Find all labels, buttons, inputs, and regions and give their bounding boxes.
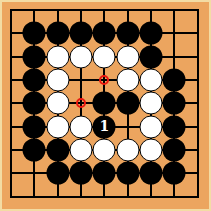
black-stone[interactable] (46, 162, 69, 185)
white-stone[interactable] (140, 115, 163, 138)
black-stone[interactable] (23, 92, 46, 115)
black-stone[interactable] (93, 22, 116, 45)
black-stone[interactable] (70, 22, 93, 45)
black-stone[interactable] (140, 162, 163, 185)
black-stone[interactable] (163, 162, 186, 185)
go-board[interactable]: 1 (0, 0, 211, 211)
white-stone[interactable] (46, 45, 69, 68)
black-stone[interactable] (140, 45, 163, 68)
black-stone[interactable] (116, 162, 139, 185)
black-stone[interactable] (23, 69, 46, 92)
red-circle-marker (99, 75, 109, 85)
black-stone[interactable] (93, 115, 116, 138)
white-stone[interactable] (46, 69, 69, 92)
black-stone[interactable] (23, 115, 46, 138)
black-stone[interactable] (46, 139, 69, 162)
black-stone[interactable] (116, 22, 139, 45)
black-stone[interactable] (46, 22, 69, 45)
white-stone[interactable] (70, 115, 93, 138)
black-stone[interactable] (116, 92, 139, 115)
grid-line-horizontal (10, 196, 199, 198)
white-stone[interactable] (93, 139, 116, 162)
white-stone[interactable] (140, 69, 163, 92)
white-stone[interactable] (70, 45, 93, 68)
white-stone[interactable] (46, 92, 69, 115)
black-stone[interactable] (163, 69, 186, 92)
white-stone[interactable] (116, 69, 139, 92)
white-stone[interactable] (70, 139, 93, 162)
black-stone[interactable] (23, 139, 46, 162)
black-stone[interactable] (70, 162, 93, 185)
black-stone[interactable] (163, 115, 186, 138)
white-stone[interactable] (116, 139, 139, 162)
white-stone[interactable] (140, 139, 163, 162)
black-stone[interactable] (93, 162, 116, 185)
black-stone[interactable] (140, 22, 163, 45)
red-circle-marker (76, 98, 86, 108)
white-stone[interactable] (140, 92, 163, 115)
black-stone[interactable] (23, 45, 46, 68)
black-stone[interactable] (23, 22, 46, 45)
white-stone[interactable] (116, 45, 139, 68)
black-stone[interactable] (93, 92, 116, 115)
black-stone[interactable] (163, 92, 186, 115)
grid-line-vertical (197, 9, 199, 198)
white-stone[interactable] (93, 45, 116, 68)
black-stone[interactable] (163, 139, 186, 162)
white-stone[interactable] (46, 115, 69, 138)
